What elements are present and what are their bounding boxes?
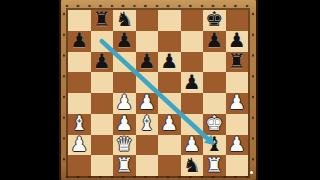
square-e8[interactable] [158,10,181,31]
square-g2[interactable]: ♝ [203,135,226,156]
black-pawn: ♟ [183,72,201,92]
white-pawn: ♟ [115,92,133,112]
square-a7[interactable]: ♟ [68,31,91,52]
black-pawn: ♟ [70,30,88,50]
square-h1[interactable] [226,155,249,176]
square-c6[interactable] [113,52,136,73]
white-pawn: ♟ [70,134,88,154]
black-pawn: ♟ [93,51,111,71]
square-b7[interactable] [91,31,114,52]
black-pawn: ♟ [138,51,156,71]
square-h8[interactable] [226,10,249,31]
square-f1[interactable]: ♞ [181,155,204,176]
square-h4[interactable]: ♟ [226,93,249,114]
square-d6[interactable]: ♟ [136,52,159,73]
square-e5[interactable] [158,72,181,93]
square-b3[interactable] [91,114,114,135]
white-pawn: ♟ [138,92,156,112]
square-f5[interactable]: ♟ [181,72,204,93]
square-a2[interactable]: ♟ [68,135,91,156]
black-pawn: ♟ [115,30,133,50]
square-f2[interactable]: ♟ [181,135,204,156]
black-knight: ♞ [183,155,201,175]
black-pawn: ♟ [160,51,178,71]
square-a5[interactable] [68,72,91,93]
square-b2[interactable] [91,135,114,156]
square-c2[interactable]: ♛ [113,135,136,156]
square-a8[interactable] [68,10,91,31]
square-d7[interactable] [136,31,159,52]
square-e2[interactable] [158,135,181,156]
square-h2[interactable]: ♟ [226,135,249,156]
square-d5[interactable] [136,72,159,93]
white-pawn: ♟ [228,134,246,154]
square-g4[interactable] [203,93,226,114]
white-pawn: ♟ [228,92,246,112]
square-c5[interactable] [113,72,136,93]
black-pawn: ♟ [228,30,246,50]
white-rook: ♜ [115,155,133,175]
video-letterbox-stage: ♜♞♚♟♟♟♟♟♟♟♜♟♟♟♟♝♟♝♟♚♟♛♟♝♟♜♞♜ [0,0,320,180]
square-g1[interactable]: ♜ [203,155,226,176]
square-g5[interactable] [203,72,226,93]
square-g6[interactable] [203,52,226,73]
square-c1[interactable]: ♜ [113,155,136,176]
square-e1[interactable] [158,155,181,176]
black-bishop: ♝ [205,134,223,154]
square-d2[interactable] [136,135,159,156]
square-e4[interactable] [158,93,181,114]
frame-corner-dot [250,171,253,174]
white-pawn: ♟ [183,134,201,154]
square-f7[interactable] [181,31,204,52]
square-h3[interactable] [226,114,249,135]
square-f8[interactable] [181,10,204,31]
square-e7[interactable] [158,31,181,52]
square-f6[interactable] [181,52,204,73]
square-e3[interactable]: ♟ [158,114,181,135]
square-a1[interactable] [68,155,91,176]
white-king: ♚ [205,113,223,133]
square-g3[interactable]: ♚ [203,114,226,135]
square-b5[interactable] [91,72,114,93]
white-rook: ♜ [205,155,223,175]
square-b1[interactable] [91,155,114,176]
white-queen: ♛ [115,134,133,154]
square-g7[interactable]: ♟ [203,31,226,52]
square-c4[interactable]: ♟ [113,93,136,114]
square-h5[interactable] [226,72,249,93]
square-a3[interactable]: ♝ [68,114,91,135]
square-c7[interactable]: ♟ [113,31,136,52]
square-d3[interactable]: ♝ [136,114,159,135]
square-b4[interactable] [91,93,114,114]
square-a4[interactable] [68,93,91,114]
white-pawn: ♟ [115,113,133,133]
square-d8[interactable] [136,10,159,31]
square-d1[interactable] [136,155,159,176]
square-c8[interactable]: ♞ [113,10,136,31]
black-rook: ♜ [93,9,111,29]
square-g8[interactable]: ♚ [203,10,226,31]
square-a6[interactable] [68,52,91,73]
chess-board[interactable]: ♜♞♚♟♟♟♟♟♟♟♜♟♟♟♟♝♟♝♟♚♟♛♟♝♟♜♞♜ [68,10,248,176]
black-rook: ♜ [228,51,246,71]
square-f3[interactable] [181,114,204,135]
white-bishop: ♝ [138,113,156,133]
square-b6[interactable]: ♟ [91,52,114,73]
square-h7[interactable]: ♟ [226,31,249,52]
square-e6[interactable]: ♟ [158,52,181,73]
black-knight: ♞ [115,9,133,29]
black-pawn: ♟ [205,30,223,50]
square-d4[interactable]: ♟ [136,93,159,114]
square-h6[interactable]: ♜ [226,52,249,73]
square-b8[interactable]: ♜ [91,10,114,31]
black-king: ♚ [205,9,223,29]
square-f4[interactable] [181,93,204,114]
white-bishop: ♝ [70,113,88,133]
square-c3[interactable]: ♟ [113,114,136,135]
white-pawn: ♟ [160,113,178,133]
